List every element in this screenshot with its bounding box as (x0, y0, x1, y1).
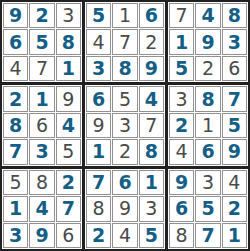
cell-r9c8[interactable]: 7 (195, 223, 220, 248)
cell-r3c8[interactable]: 2 (195, 56, 220, 81)
cell-r2c3[interactable]: 8 (56, 29, 81, 54)
cell-r5c1[interactable]: 8 (3, 113, 28, 138)
cell-r6c3[interactable]: 5 (56, 139, 81, 164)
cell-r8c9[interactable]: 2 (222, 196, 247, 221)
cell-r3c2[interactable]: 7 (29, 56, 54, 81)
cell-r5c9[interactable]: 5 (222, 113, 247, 138)
cell-r8c7[interactable]: 6 (169, 196, 194, 221)
cell-r6c6[interactable]: 8 (139, 139, 164, 164)
cell-r5c7[interactable]: 2 (169, 113, 194, 138)
cell-r4c6[interactable]: 4 (139, 86, 164, 111)
cell-r8c2[interactable]: 4 (29, 196, 54, 221)
cell-r5c5[interactable]: 3 (112, 113, 137, 138)
cell-r5c2[interactable]: 6 (29, 113, 54, 138)
cell-r8c6[interactable]: 3 (139, 196, 164, 221)
cell-r6c7[interactable]: 4 (169, 139, 194, 164)
cell-r6c5[interactable]: 2 (112, 139, 137, 164)
cell-r7c4[interactable]: 7 (86, 170, 111, 195)
cell-r5c4[interactable]: 9 (86, 113, 111, 138)
cell-r4c7[interactable]: 3 (169, 86, 194, 111)
cell-r2c2[interactable]: 5 (29, 29, 54, 54)
cell-r5c8[interactable]: 1 (195, 113, 220, 138)
cell-r3c1[interactable]: 4 (3, 56, 28, 81)
cell-r6c4[interactable]: 1 (86, 139, 111, 164)
cell-r3c3[interactable]: 1 (56, 56, 81, 81)
cell-r1c6[interactable]: 6 (139, 3, 164, 28)
cell-r7c1[interactable]: 5 (3, 170, 28, 195)
cell-r4c8[interactable]: 8 (195, 86, 220, 111)
cell-r1c3[interactable]: 3 (56, 3, 81, 28)
cell-r8c8[interactable]: 5 (195, 196, 220, 221)
cell-r4c4[interactable]: 6 (86, 86, 111, 111)
cell-r4c9[interactable]: 7 (222, 86, 247, 111)
cell-r7c7[interactable]: 9 (169, 170, 194, 195)
cell-r9c9[interactable]: 1 (222, 223, 247, 248)
cell-r4c3[interactable]: 9 (56, 86, 81, 111)
cell-r5c3[interactable]: 4 (56, 113, 81, 138)
cell-r8c4[interactable]: 8 (86, 196, 111, 221)
block-separator-horizontal-2 (1, 166, 249, 169)
cell-r4c5[interactable]: 5 (112, 86, 137, 111)
cell-r7c6[interactable]: 1 (139, 170, 164, 195)
cell-r7c3[interactable]: 2 (56, 170, 81, 195)
cell-r6c2[interactable]: 3 (29, 139, 54, 164)
block-separator-vertical-1 (82, 1, 85, 250)
cell-r3c9[interactable]: 6 (222, 56, 247, 81)
cell-r8c3[interactable]: 7 (56, 196, 81, 221)
cell-r2c5[interactable]: 7 (112, 29, 137, 54)
cell-r6c1[interactable]: 7 (3, 139, 28, 164)
cell-r3c4[interactable]: 3 (86, 56, 111, 81)
cell-r1c5[interactable]: 1 (112, 3, 137, 28)
cell-r9c1[interactable]: 3 (3, 223, 28, 248)
block-separator-horizontal-1 (1, 82, 249, 85)
block-separator-vertical-2 (165, 1, 168, 250)
cell-r1c9[interactable]: 8 (222, 3, 247, 28)
cell-r3c6[interactable]: 9 (139, 56, 164, 81)
cell-r7c9[interactable]: 4 (222, 170, 247, 195)
cell-r8c5[interactable]: 9 (112, 196, 137, 221)
cell-r9c2[interactable]: 9 (29, 223, 54, 248)
cell-r9c4[interactable]: 2 (86, 223, 111, 248)
cell-r7c8[interactable]: 3 (195, 170, 220, 195)
cell-r8c1[interactable]: 1 (3, 196, 28, 221)
cell-r1c2[interactable]: 2 (29, 3, 54, 28)
cell-r4c2[interactable]: 1 (29, 86, 54, 111)
cell-r9c3[interactable]: 6 (56, 223, 81, 248)
cell-r2c8[interactable]: 9 (195, 29, 220, 54)
cell-r1c4[interactable]: 5 (86, 3, 111, 28)
cell-r3c5[interactable]: 8 (112, 56, 137, 81)
cell-r2c7[interactable]: 1 (169, 29, 194, 54)
sudoku-board: 9235167486584721934713895262196543878649… (0, 0, 250, 251)
cell-r2c4[interactable]: 4 (86, 29, 111, 54)
cell-r9c7[interactable]: 8 (169, 223, 194, 248)
cell-r6c8[interactable]: 6 (195, 139, 220, 164)
cell-r2c6[interactable]: 2 (139, 29, 164, 54)
cell-r2c9[interactable]: 3 (222, 29, 247, 54)
cell-r1c7[interactable]: 7 (169, 3, 194, 28)
cell-r7c5[interactable]: 6 (112, 170, 137, 195)
cell-r2c1[interactable]: 6 (3, 29, 28, 54)
cell-r1c1[interactable]: 9 (3, 3, 28, 28)
cell-r9c5[interactable]: 4 (112, 223, 137, 248)
cell-r7c2[interactable]: 8 (29, 170, 54, 195)
cell-r3c7[interactable]: 5 (169, 56, 194, 81)
cell-r4c1[interactable]: 2 (3, 86, 28, 111)
cell-r5c6[interactable]: 7 (139, 113, 164, 138)
cell-r1c8[interactable]: 4 (195, 3, 220, 28)
cell-r9c6[interactable]: 5 (139, 223, 164, 248)
cell-r6c9[interactable]: 9 (222, 139, 247, 164)
